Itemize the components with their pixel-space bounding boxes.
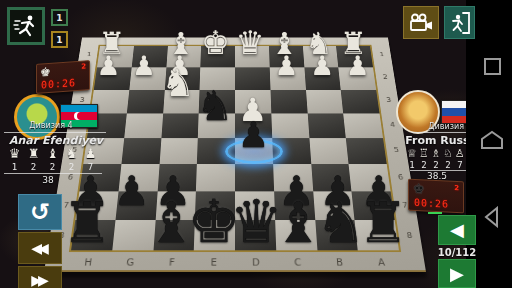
white-queen-count: 1 [5, 162, 24, 172]
chess-app-screen: HGFEDCBA1122334455667788 ♜♞♝♛♚♝♜♟♟♟♟♟♟♟♞… [0, 0, 512, 288]
white-pawn-roster-icon: ♟ [81, 146, 100, 161]
square-b5[interactable] [309, 138, 349, 164]
board-grid[interactable] [69, 45, 401, 252]
white-bishop-count: 2 [43, 162, 62, 172]
next-move-button[interactable]: ▶ [438, 259, 476, 288]
record-video-button[interactable] [403, 6, 439, 39]
black-clock-time: 00:26 [414, 197, 449, 210]
divider [4, 173, 102, 174]
square-b4[interactable] [307, 113, 346, 138]
black-knight-count: 2 [442, 160, 454, 170]
black-knight-roster-icon: ♘ [442, 147, 454, 160]
rank-label-1-left: 1 [80, 51, 97, 57]
file-label-f: F [162, 257, 182, 267]
square-d2[interactable] [235, 67, 270, 90]
white-rook-count: 2 [24, 162, 43, 172]
divider [4, 132, 106, 133]
square-e8[interactable] [194, 220, 235, 250]
runner-icon [13, 13, 39, 39]
square-g4[interactable] [124, 113, 163, 138]
square-e2[interactable] [200, 67, 235, 90]
chess-board: HGFEDCBA1122334455667788 [44, 38, 426, 272]
crescent-mask [77, 112, 85, 120]
square-c3[interactable] [270, 90, 307, 114]
previous-move-button[interactable]: ◀ [438, 215, 476, 245]
black-rook-roster-icon: ♖ [418, 147, 430, 160]
square-f6[interactable] [157, 164, 197, 191]
square-e1[interactable] [201, 46, 235, 68]
white-clock-badge: 2 [81, 62, 86, 70]
square-d4[interactable] [235, 113, 272, 138]
square-b1[interactable] [302, 46, 338, 68]
rank-label-5-right: 5 [387, 146, 406, 153]
black-bishop-roster-icon: ♗ [430, 147, 442, 160]
white-clock: ♚ 2 00:26 [36, 60, 90, 94]
forward-icon: ▶▶ [31, 272, 49, 288]
square-b2[interactable] [304, 67, 341, 90]
yellow-counter-badge: 1 [51, 31, 68, 48]
square-f4[interactable] [161, 113, 199, 138]
file-label-e: E [204, 257, 224, 267]
file-label-b: B [329, 257, 350, 267]
square-d5[interactable] [235, 138, 273, 164]
file-label-c: C [288, 257, 308, 267]
black-bishop-count: 2 [430, 160, 442, 170]
white-pawn-count: 7 [81, 162, 100, 172]
square-b3[interactable] [306, 90, 344, 114]
square-b8[interactable] [315, 220, 358, 250]
square-f7[interactable] [155, 191, 196, 220]
square-e4[interactable] [198, 113, 235, 138]
white-knight-roster-icon: ♞ [62, 146, 81, 161]
square-h7[interactable] [75, 191, 118, 220]
white-clock-time: 00:26 [41, 77, 76, 90]
square-d1[interactable] [235, 46, 269, 68]
black-pawn-roster-icon: ♙ [454, 147, 466, 160]
file-label-g: G [120, 257, 141, 267]
square-b6[interactable] [311, 164, 352, 191]
square-e5[interactable] [197, 138, 235, 164]
black-king-clock-icon: ♚ [413, 181, 425, 197]
file-label-h: H [78, 257, 99, 267]
green-counter-value: 1 [56, 13, 62, 23]
square-g6[interactable] [118, 164, 159, 191]
square-c6[interactable] [273, 164, 313, 191]
black-turn-indicator [428, 212, 442, 214]
move-counter: 10/112 [432, 247, 482, 258]
square-f3[interactable] [163, 90, 200, 114]
square-h8[interactable] [71, 220, 115, 250]
rank-label-8-right: 8 [399, 231, 420, 240]
white-queen-roster-icon: ♛ [5, 146, 24, 161]
rotate-icon: ↺ [30, 200, 50, 224]
recents-icon[interactable] [484, 58, 501, 75]
square-d8[interactable] [235, 220, 276, 250]
square-a4[interactable] [343, 113, 383, 138]
square-g8[interactable] [112, 220, 155, 250]
square-a3[interactable] [341, 90, 380, 114]
black-queen-count: 1 [406, 160, 418, 170]
black-captured-tray: ♕ ♖ ♗ ♘ ♙ [406, 147, 466, 160]
white-captured-tray: ♛ ♜ ♝ ♞ ♟ [5, 146, 100, 161]
square-c1[interactable] [269, 46, 304, 68]
black-queen-roster-icon: ♕ [406, 147, 418, 160]
square-d7[interactable] [235, 191, 275, 220]
fast-forward-button[interactable]: ▶▶ [18, 266, 62, 288]
square-f1[interactable] [166, 46, 201, 68]
divider [412, 132, 474, 133]
square-h1[interactable] [97, 46, 134, 68]
square-a6[interactable] [349, 164, 391, 191]
square-d3[interactable] [235, 90, 271, 114]
file-label-a: A [371, 257, 392, 267]
square-g1[interactable] [132, 46, 168, 68]
square-f2[interactable] [164, 67, 200, 90]
next-move-icon: ▶ [450, 265, 464, 283]
square-a7[interactable] [352, 191, 395, 220]
green-counter-badge: 1 [51, 9, 68, 26]
rewind-icon: ◀◀ [31, 240, 49, 256]
file-label-d: D [246, 257, 266, 267]
yellow-counter-value: 1 [56, 35, 62, 45]
white-roster-counts: 1 2 2 2 7 [5, 162, 100, 172]
square-e3[interactable] [199, 90, 235, 114]
square-f8[interactable] [153, 220, 195, 250]
black-clock-badge: 2 [454, 184, 459, 192]
rewind-button[interactable]: ◀◀ [18, 232, 62, 264]
square-g3[interactable] [127, 90, 165, 114]
square-c4[interactable] [271, 113, 309, 138]
square-c2[interactable] [269, 67, 305, 90]
rotate-board-button[interactable]: ↺ [18, 194, 62, 230]
square-c5[interactable] [272, 138, 311, 164]
square-g2[interactable] [129, 67, 166, 90]
square-c7[interactable] [274, 191, 315, 220]
back-icon[interactable] [483, 206, 499, 228]
square-f5[interactable] [159, 138, 198, 164]
square-g7[interactable] [115, 191, 157, 220]
square-a2[interactable] [338, 67, 376, 90]
square-c8[interactable] [275, 220, 317, 250]
hint-run-button[interactable] [7, 7, 45, 45]
home-icon[interactable] [480, 130, 504, 150]
rank-label-3-left: 3 [73, 97, 91, 104]
rank-label-3-right: 3 [380, 97, 398, 104]
camera-icon [408, 13, 434, 33]
square-d6[interactable] [235, 164, 274, 191]
square-a1[interactable] [336, 46, 373, 68]
square-h2[interactable] [94, 67, 132, 90]
square-a5[interactable] [346, 138, 387, 164]
black-roster-counts: 1 2 2 2 7 [406, 160, 466, 170]
rank-label-1-right: 1 [373, 51, 390, 57]
black-rook-count: 2 [418, 160, 430, 170]
white-material-score: 38 [20, 175, 76, 185]
prev-move-icon: ◀ [450, 221, 464, 239]
black-clock: ♚ 2 00:26 [408, 179, 464, 214]
exit-game-button[interactable] [444, 6, 475, 39]
square-e6[interactable] [196, 164, 235, 191]
white-bishop-roster-icon: ♝ [43, 146, 62, 161]
black-pawn-count: 7 [454, 160, 466, 170]
square-b7[interactable] [313, 191, 355, 220]
square-e7[interactable] [195, 191, 235, 220]
rank-label-2-right: 2 [376, 73, 394, 79]
white-rook-roster-icon: ♜ [24, 146, 43, 161]
white-division-label: Дивизия 4 [8, 121, 94, 130]
white-king-clock-icon: ♚ [40, 65, 51, 80]
exit-icon [449, 11, 471, 35]
square-a8[interactable] [355, 220, 399, 250]
white-knight-count: 2 [62, 162, 81, 172]
square-g5[interactable] [121, 138, 161, 164]
